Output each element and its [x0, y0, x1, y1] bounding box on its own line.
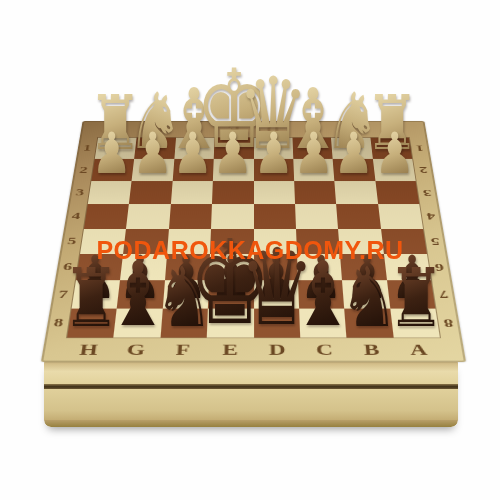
black-rook-a8[interactable]: ♜ — [387, 258, 445, 339]
white-pawn-c2[interactable]: ♟ — [294, 125, 335, 182]
watermark-text: PODAROKKAGDOMY.RU — [96, 236, 403, 265]
white-pawn-d2[interactable]: ♟ — [253, 125, 294, 182]
chess-set-photo: HGFEDCBA HGFEDCBA 12345678 12345678 ♜♞♝♚… — [0, 0, 500, 500]
white-pawn-e2[interactable]: ♟ — [213, 125, 254, 182]
white-pawn-h2[interactable]: ♟ — [92, 125, 133, 182]
white-pawn-f2[interactable]: ♟ — [173, 125, 214, 182]
white-pawn-g2[interactable]: ♟ — [132, 125, 173, 182]
white-pawn-b2[interactable]: ♟ — [334, 125, 375, 182]
white-pawn-a2[interactable]: ♟ — [374, 125, 415, 182]
